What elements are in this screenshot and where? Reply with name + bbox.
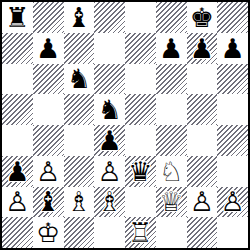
black-pawn-icon: ♟ <box>217 33 248 64</box>
square-e6[interactable] <box>125 64 156 95</box>
square-f6[interactable] <box>156 64 187 95</box>
black-knight-icon: ♞ <box>64 64 95 95</box>
square-a7[interactable] <box>2 33 33 64</box>
black-pawn-icon-fill: ♟ <box>156 33 187 64</box>
square-h5[interactable] <box>217 94 248 125</box>
square-h6[interactable] <box>217 64 248 95</box>
square-h8[interactable] <box>217 2 248 33</box>
white-pawn-icon-fill: ♟ <box>187 187 218 218</box>
white-knight-icon-outline: ♘ <box>156 156 187 187</box>
square-g1[interactable] <box>187 217 218 248</box>
square-g4[interactable] <box>187 125 218 156</box>
white-bishop-icon-fill: ♝ <box>94 187 125 218</box>
square-a2[interactable]: ♟♙ <box>2 187 33 218</box>
square-b2[interactable]: ♝ <box>33 187 64 218</box>
white-rook-icon-fill: ♜ <box>125 217 156 248</box>
black-pawn-icon: ♟ <box>2 156 33 187</box>
square-c8[interactable]: ♝ <box>64 2 95 33</box>
black-pawn-icon-fill: ♟ <box>94 125 125 156</box>
square-c6[interactable]: ♞ <box>64 64 95 95</box>
black-bishop-icon: ♝ <box>33 187 64 218</box>
white-pawn-icon: ♟♙ <box>187 187 218 218</box>
square-h4[interactable] <box>217 125 248 156</box>
square-f7[interactable]: ♟ <box>156 33 187 64</box>
white-pawn-icon: ♟♙ <box>33 156 64 187</box>
square-d2[interactable]: ♝♗ <box>94 187 125 218</box>
square-f8[interactable] <box>156 2 187 33</box>
white-pawn-icon-outline: ♙ <box>217 187 248 218</box>
black-pawn-icon-fill: ♟ <box>33 33 64 64</box>
square-e8[interactable] <box>125 2 156 33</box>
black-bishop-icon: ♝ <box>64 2 95 33</box>
white-pawn-icon-fill: ♟ <box>217 187 248 218</box>
white-queen-icon-outline: ♕ <box>156 187 187 218</box>
black-pawn-icon-fill: ♟ <box>187 33 218 64</box>
white-pawn-icon-outline: ♙ <box>2 187 33 218</box>
white-rook-icon: ♜♖ <box>125 217 156 248</box>
square-d6[interactable] <box>94 64 125 95</box>
white-bishop-icon-outline: ♗ <box>94 187 125 218</box>
square-e2[interactable] <box>125 187 156 218</box>
square-d7[interactable] <box>94 33 125 64</box>
square-a4[interactable] <box>2 125 33 156</box>
black-bishop-icon-fill: ♝ <box>33 187 64 218</box>
black-pawn-icon: ♟ <box>156 33 187 64</box>
square-b8[interactable] <box>33 2 64 33</box>
white-rook-icon-outline: ♖ <box>125 217 156 248</box>
square-a5[interactable] <box>2 94 33 125</box>
white-bishop-icon-fill: ♝ <box>64 187 95 218</box>
square-b3[interactable]: ♟♙ <box>33 156 64 187</box>
square-f4[interactable] <box>156 125 187 156</box>
white-knight-icon-fill: ♞ <box>156 156 187 187</box>
white-bishop-icon-outline: ♗ <box>64 187 95 218</box>
white-king-icon: ♚♔ <box>33 217 64 248</box>
square-e4[interactable] <box>125 125 156 156</box>
square-g6[interactable] <box>187 64 218 95</box>
black-pawn-icon: ♟ <box>187 33 218 64</box>
square-h7[interactable]: ♟ <box>217 33 248 64</box>
square-c7[interactable] <box>64 33 95 64</box>
white-pawn-icon-fill: ♟ <box>94 156 125 187</box>
square-e7[interactable] <box>125 33 156 64</box>
black-bishop-icon-fill: ♝ <box>64 2 95 33</box>
square-d3[interactable]: ♟♙ <box>94 156 125 187</box>
square-g8[interactable]: ♚ <box>187 2 218 33</box>
square-g5[interactable] <box>187 94 218 125</box>
chess-board: ♜♝♚♟♟♟♟♞♞♟♟♟♙♟♙♛♞♘♟♙♝♝♗♝♗♛♕♟♙♟♙♚♔♜♖ <box>0 0 250 250</box>
square-b5[interactable] <box>33 94 64 125</box>
white-queen-icon: ♛♕ <box>156 187 187 218</box>
black-queen-icon: ♛ <box>125 156 156 187</box>
black-rook-icon: ♜ <box>2 2 33 33</box>
white-pawn-icon-fill: ♟ <box>33 156 64 187</box>
square-c5[interactable] <box>64 94 95 125</box>
square-d4[interactable]: ♟ <box>94 125 125 156</box>
white-king-icon-outline: ♔ <box>33 217 64 248</box>
white-pawn-icon: ♟♙ <box>2 187 33 218</box>
square-c2[interactable]: ♝♗ <box>64 187 95 218</box>
black-knight-icon-fill: ♞ <box>94 94 125 125</box>
square-h1[interactable] <box>217 217 248 248</box>
square-f1[interactable] <box>156 217 187 248</box>
white-knight-icon: ♞♘ <box>156 156 187 187</box>
white-pawn-icon-outline: ♙ <box>187 187 218 218</box>
white-pawn-icon: ♟♙ <box>94 156 125 187</box>
white-queen-icon-fill: ♛ <box>156 187 187 218</box>
square-e5[interactable] <box>125 94 156 125</box>
square-c4[interactable] <box>64 125 95 156</box>
square-g3[interactable] <box>187 156 218 187</box>
square-a1[interactable] <box>2 217 33 248</box>
black-king-icon-fill: ♚ <box>187 2 218 33</box>
square-d5[interactable]: ♞ <box>94 94 125 125</box>
square-d8[interactable] <box>94 2 125 33</box>
square-f2[interactable]: ♛♕ <box>156 187 187 218</box>
white-bishop-icon: ♝♗ <box>94 187 125 218</box>
square-g2[interactable]: ♟♙ <box>187 187 218 218</box>
white-pawn-icon: ♟♙ <box>217 187 248 218</box>
square-h3[interactable] <box>217 156 248 187</box>
black-knight-icon-fill: ♞ <box>64 64 95 95</box>
black-rook-icon-fill: ♜ <box>2 2 33 33</box>
square-b6[interactable] <box>33 64 64 95</box>
square-f3[interactable]: ♞♘ <box>156 156 187 187</box>
white-pawn-icon-fill: ♟ <box>2 187 33 218</box>
square-b4[interactable] <box>33 125 64 156</box>
square-a6[interactable] <box>2 64 33 95</box>
square-g7[interactable]: ♟ <box>187 33 218 64</box>
black-knight-icon: ♞ <box>94 94 125 125</box>
black-king-icon: ♚ <box>187 2 218 33</box>
square-e3[interactable]: ♛ <box>125 156 156 187</box>
black-queen-icon-fill: ♛ <box>125 156 156 187</box>
white-king-icon-fill: ♚ <box>33 217 64 248</box>
white-pawn-icon-outline: ♙ <box>33 156 64 187</box>
square-f5[interactable] <box>156 94 187 125</box>
square-c3[interactable] <box>64 156 95 187</box>
black-pawn-icon-fill: ♟ <box>217 33 248 64</box>
black-pawn-icon: ♟ <box>33 33 64 64</box>
square-b7[interactable]: ♟ <box>33 33 64 64</box>
square-c1[interactable] <box>64 217 95 248</box>
black-pawn-icon: ♟ <box>94 125 125 156</box>
white-bishop-icon: ♝♗ <box>64 187 95 218</box>
square-a3[interactable]: ♟ <box>2 156 33 187</box>
square-h2[interactable]: ♟♙ <box>217 187 248 218</box>
square-e1[interactable]: ♜♖ <box>125 217 156 248</box>
square-b1[interactable]: ♚♔ <box>33 217 64 248</box>
white-pawn-icon-outline: ♙ <box>94 156 125 187</box>
square-d1[interactable] <box>94 217 125 248</box>
square-a8[interactable]: ♜ <box>2 2 33 33</box>
black-pawn-icon-fill: ♟ <box>2 156 33 187</box>
